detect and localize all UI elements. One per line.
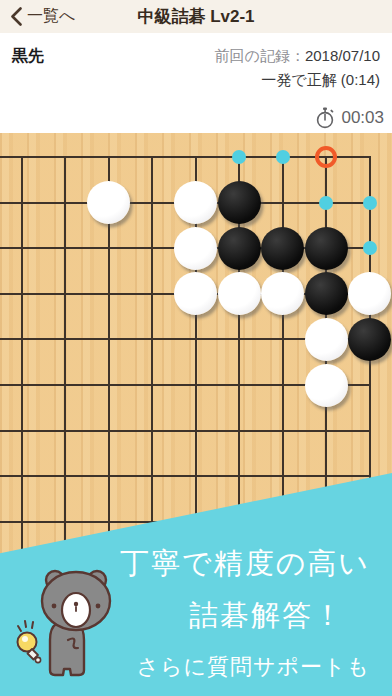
black-stone [305, 272, 348, 315]
board-vertical-line [21, 156, 23, 554]
hint-dot[interactable] [276, 150, 290, 164]
bear-mascot-illustration [12, 568, 122, 690]
timer-value: 00:03 [341, 108, 384, 128]
white-stone [174, 227, 217, 270]
black-stone [305, 227, 348, 270]
hint-dot[interactable] [363, 196, 377, 210]
back-button-label: 一覧へ [27, 6, 75, 27]
banner-line1: 丁寧で精度の高い [120, 544, 370, 584]
board-vertical-line [64, 156, 66, 554]
back-button[interactable]: 一覧へ [10, 0, 75, 33]
bear-body [42, 571, 110, 675]
white-stone [87, 181, 130, 224]
banner-line3: さらに質問サポートも [120, 652, 370, 682]
previous-record: 前回の記録：2018/07/10 一発で正解 (0:14) [215, 44, 380, 92]
selected-point-ring[interactable] [315, 146, 337, 168]
black-stone [218, 181, 261, 224]
turn-to-play-label: 黒先 [12, 46, 44, 67]
white-stone [348, 272, 391, 315]
board-vertical-line [151, 156, 153, 554]
black-stone [218, 227, 261, 270]
hint-dot[interactable] [363, 241, 377, 255]
stopwatch-icon [315, 107, 335, 129]
board-horizontal-line [0, 475, 371, 477]
record-date: 2018/07/10 [305, 47, 380, 64]
white-stone [305, 318, 348, 361]
lightbulb-rays [18, 621, 33, 631]
record-label: 前回の記録： [215, 47, 305, 64]
info-section: 黒先 前回の記録：2018/07/10 一発で正解 (0:14) 00:03 [0, 33, 392, 133]
lightbulb-icon [18, 633, 41, 663]
black-stone [348, 318, 391, 361]
record-result: 一発で正解 (0:14) [215, 68, 380, 92]
board-horizontal-line [0, 430, 371, 432]
page-title: 中級詰碁 Lv2-1 [137, 5, 254, 28]
black-stone [261, 227, 304, 270]
hint-dot[interactable] [232, 150, 246, 164]
record-line: 前回の記録：2018/07/10 [215, 44, 380, 68]
chevron-left-icon [10, 7, 22, 26]
banner-line2: 詰碁解答！ [120, 596, 344, 636]
white-stone [261, 272, 304, 315]
white-stone [218, 272, 261, 315]
banner-text: 丁寧で精度の高い 詰碁解答！ さらに質問サポートも [120, 544, 370, 682]
white-stone [174, 181, 217, 224]
hint-dot[interactable] [319, 196, 333, 210]
timer: 00:03 [315, 107, 384, 129]
nav-bar: 一覧へ 中級詰碁 Lv2-1 [0, 0, 392, 34]
white-stone [305, 364, 348, 407]
board-vertical-line [282, 156, 284, 554]
white-stone [174, 272, 217, 315]
